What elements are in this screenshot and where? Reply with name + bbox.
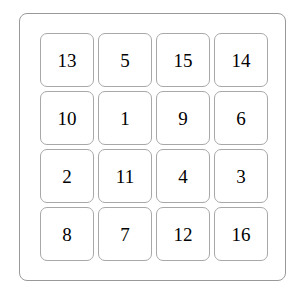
tile-7[interactable]: 7 (98, 207, 152, 261)
tile-1[interactable]: 1 (98, 91, 152, 145)
tile-14[interactable]: 14 (214, 33, 268, 87)
tile-4[interactable]: 4 (156, 149, 210, 203)
tile-9[interactable]: 9 (156, 91, 210, 145)
tile-5[interactable]: 5 (98, 33, 152, 87)
tile-13[interactable]: 13 (40, 33, 94, 87)
tile-3[interactable]: 3 (214, 149, 268, 203)
tile-2[interactable]: 2 (40, 149, 94, 203)
tile-11[interactable]: 11 (98, 149, 152, 203)
tile-6[interactable]: 6 (214, 91, 268, 145)
tile-16[interactable]: 16 (214, 207, 268, 261)
tile-12[interactable]: 12 (156, 207, 210, 261)
tile-15[interactable]: 15 (156, 33, 210, 87)
puzzle-board: 13 5 15 14 10 1 9 6 2 11 4 3 8 7 12 16 (19, 13, 286, 281)
tile-grid: 13 5 15 14 10 1 9 6 2 11 4 3 8 7 12 16 (40, 33, 268, 261)
tile-10[interactable]: 10 (40, 91, 94, 145)
tile-8[interactable]: 8 (40, 207, 94, 261)
